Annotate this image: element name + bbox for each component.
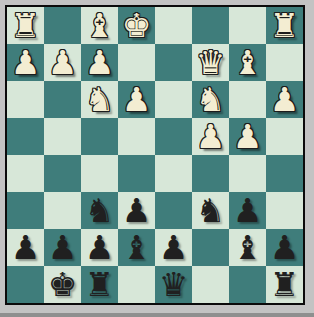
- black-bishop-icon[interactable]: ♝: [233, 229, 263, 266]
- square-d3[interactable]: [155, 81, 192, 118]
- square-f8[interactable]: ♜: [81, 266, 118, 303]
- white-pawn-icon[interactable]: ♟: [270, 81, 300, 118]
- square-d8[interactable]: ♛: [155, 266, 192, 303]
- white-pawn-icon[interactable]: ♟: [85, 44, 115, 81]
- square-g8[interactable]: ♚: [44, 266, 81, 303]
- square-g4[interactable]: [44, 118, 81, 155]
- square-a6[interactable]: [266, 192, 303, 229]
- black-rook-icon[interactable]: ♜: [85, 266, 115, 303]
- black-pawn-icon[interactable]: ♟: [11, 229, 41, 266]
- square-c5[interactable]: [192, 155, 229, 192]
- square-e4[interactable]: [118, 118, 155, 155]
- square-h3[interactable]: [7, 81, 44, 118]
- square-e6[interactable]: ♟: [118, 192, 155, 229]
- square-b6[interactable]: ♟: [229, 192, 266, 229]
- black-pawn-icon[interactable]: ♟: [48, 229, 78, 266]
- white-rook-icon[interactable]: ♜: [11, 7, 41, 44]
- black-pawn-icon[interactable]: ♟: [233, 192, 263, 229]
- square-d5[interactable]: [155, 155, 192, 192]
- square-c4[interactable]: ♟: [192, 118, 229, 155]
- white-pawn-icon[interactable]: ♟: [233, 118, 263, 155]
- square-b5[interactable]: [229, 155, 266, 192]
- black-bishop-icon[interactable]: ♝: [122, 229, 152, 266]
- board-frame: ♜♝♚♜♟♟♟♛♝♞♟♞♟♟♟♞♟♞♟♟♟♟♝♟♝♟♚♜♛♜: [5, 5, 305, 305]
- square-d2[interactable]: [155, 44, 192, 81]
- square-h1[interactable]: ♜: [7, 7, 44, 44]
- square-h2[interactable]: ♟: [7, 44, 44, 81]
- square-d4[interactable]: [155, 118, 192, 155]
- square-d6[interactable]: [155, 192, 192, 229]
- square-b7[interactable]: ♝: [229, 229, 266, 266]
- white-knight-icon[interactable]: ♞: [85, 81, 115, 118]
- black-rook-icon[interactable]: ♜: [270, 266, 300, 303]
- white-rook-icon[interactable]: ♜: [270, 7, 300, 44]
- square-g1[interactable]: [44, 7, 81, 44]
- white-king-icon[interactable]: ♚: [122, 7, 152, 44]
- white-bishop-icon[interactable]: ♝: [233, 44, 263, 81]
- white-pawn-icon[interactable]: ♟: [48, 44, 78, 81]
- white-bishop-icon[interactable]: ♝: [85, 7, 115, 44]
- square-e3[interactable]: ♟: [118, 81, 155, 118]
- white-queen-icon[interactable]: ♛: [196, 44, 226, 81]
- black-pawn-icon[interactable]: ♟: [270, 229, 300, 266]
- square-d1[interactable]: [155, 7, 192, 44]
- white-knight-icon[interactable]: ♞: [196, 81, 226, 118]
- square-f3[interactable]: ♞: [81, 81, 118, 118]
- square-c2[interactable]: ♛: [192, 44, 229, 81]
- square-f5[interactable]: [81, 155, 118, 192]
- square-f4[interactable]: [81, 118, 118, 155]
- square-b4[interactable]: ♟: [229, 118, 266, 155]
- square-f1[interactable]: ♝: [81, 7, 118, 44]
- black-pawn-icon[interactable]: ♟: [85, 229, 115, 266]
- white-pawn-icon[interactable]: ♟: [122, 81, 152, 118]
- square-a3[interactable]: ♟: [266, 81, 303, 118]
- square-e2[interactable]: [118, 44, 155, 81]
- window-background: { "game": "chess", "board": { "rows": 8,…: [0, 0, 314, 317]
- square-f7[interactable]: ♟: [81, 229, 118, 266]
- square-f2[interactable]: ♟: [81, 44, 118, 81]
- square-d7[interactable]: ♟: [155, 229, 192, 266]
- black-knight-icon[interactable]: ♞: [85, 192, 115, 229]
- white-pawn-icon[interactable]: ♟: [11, 44, 41, 81]
- square-c8[interactable]: [192, 266, 229, 303]
- square-g6[interactable]: [44, 192, 81, 229]
- square-e7[interactable]: ♝: [118, 229, 155, 266]
- square-c7[interactable]: [192, 229, 229, 266]
- square-e8[interactable]: [118, 266, 155, 303]
- black-pawn-icon[interactable]: ♟: [159, 229, 189, 266]
- window-bottom-edge: [0, 313, 314, 317]
- square-b2[interactable]: ♝: [229, 44, 266, 81]
- square-h5[interactable]: [7, 155, 44, 192]
- square-b3[interactable]: [229, 81, 266, 118]
- square-g2[interactable]: ♟: [44, 44, 81, 81]
- square-h7[interactable]: ♟: [7, 229, 44, 266]
- square-h4[interactable]: [7, 118, 44, 155]
- square-h8[interactable]: [7, 266, 44, 303]
- square-c6[interactable]: ♞: [192, 192, 229, 229]
- square-a1[interactable]: ♜: [266, 7, 303, 44]
- square-a4[interactable]: [266, 118, 303, 155]
- square-f6[interactable]: ♞: [81, 192, 118, 229]
- square-a2[interactable]: [266, 44, 303, 81]
- square-g3[interactable]: [44, 81, 81, 118]
- black-queen-icon[interactable]: ♛: [159, 266, 189, 303]
- chess-board: ♜♝♚♜♟♟♟♛♝♞♟♞♟♟♟♞♟♞♟♟♟♟♝♟♝♟♚♜♛♜: [7, 7, 303, 303]
- square-e1[interactable]: ♚: [118, 7, 155, 44]
- white-pawn-icon[interactable]: ♟: [196, 118, 226, 155]
- black-king-icon[interactable]: ♚: [48, 266, 78, 303]
- square-e5[interactable]: [118, 155, 155, 192]
- black-pawn-icon[interactable]: ♟: [122, 192, 152, 229]
- square-h6[interactable]: [7, 192, 44, 229]
- square-a5[interactable]: [266, 155, 303, 192]
- square-a8[interactable]: ♜: [266, 266, 303, 303]
- square-g7[interactable]: ♟: [44, 229, 81, 266]
- square-g5[interactable]: [44, 155, 81, 192]
- square-b1[interactable]: [229, 7, 266, 44]
- square-a7[interactable]: ♟: [266, 229, 303, 266]
- black-knight-icon[interactable]: ♞: [196, 192, 226, 229]
- square-c1[interactable]: [192, 7, 229, 44]
- square-c3[interactable]: ♞: [192, 81, 229, 118]
- square-b8[interactable]: [229, 266, 266, 303]
